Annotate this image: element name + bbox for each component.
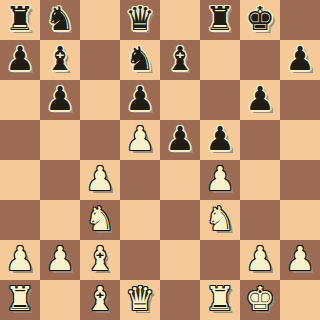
square-b4[interactable] bbox=[40, 160, 80, 200]
square-b1[interactable] bbox=[40, 280, 80, 320]
square-d3[interactable] bbox=[120, 200, 160, 240]
black-knight-piece[interactable]: ♞ bbox=[125, 39, 155, 79]
white-knight-piece[interactable]: ♞ bbox=[205, 199, 235, 239]
square-f6[interactable] bbox=[200, 80, 240, 120]
square-a7[interactable]: ♟ bbox=[0, 40, 40, 80]
black-bishop-piece[interactable]: ♝ bbox=[165, 39, 195, 79]
white-pawn-piece[interactable]: ♟ bbox=[125, 119, 155, 159]
square-h3[interactable] bbox=[280, 200, 320, 240]
black-bishop-piece[interactable]: ♝ bbox=[45, 39, 75, 79]
square-c2[interactable]: ♝ bbox=[80, 240, 120, 280]
square-g3[interactable] bbox=[240, 200, 280, 240]
square-b6[interactable]: ♟ bbox=[40, 80, 80, 120]
square-b8[interactable]: ♞ bbox=[40, 0, 80, 40]
square-d2[interactable] bbox=[120, 240, 160, 280]
white-queen-piece[interactable]: ♛ bbox=[125, 279, 155, 319]
black-knight-piece[interactable]: ♞ bbox=[45, 0, 75, 39]
square-g5[interactable] bbox=[240, 120, 280, 160]
square-e1[interactable] bbox=[160, 280, 200, 320]
square-e8[interactable] bbox=[160, 0, 200, 40]
chess-board: ♜♞♛♜♚♟♝♞♝♟♟♟♟♟♟♟♟♟♞♞♟♟♝♟♟♜♝♛♜♚ bbox=[0, 0, 320, 320]
white-pawn-piece[interactable]: ♟ bbox=[45, 239, 75, 279]
white-knight-piece[interactable]: ♞ bbox=[85, 199, 115, 239]
square-a5[interactable] bbox=[0, 120, 40, 160]
square-d1[interactable]: ♛ bbox=[120, 280, 160, 320]
black-pawn-piece[interactable]: ♟ bbox=[285, 39, 315, 79]
square-g4[interactable] bbox=[240, 160, 280, 200]
square-f4[interactable]: ♟ bbox=[200, 160, 240, 200]
square-a3[interactable] bbox=[0, 200, 40, 240]
square-b7[interactable]: ♝ bbox=[40, 40, 80, 80]
square-f8[interactable]: ♜ bbox=[200, 0, 240, 40]
square-e7[interactable]: ♝ bbox=[160, 40, 200, 80]
white-pawn-piece[interactable]: ♟ bbox=[245, 239, 275, 279]
white-rook-piece[interactable]: ♜ bbox=[5, 279, 35, 319]
black-king-piece[interactable]: ♚ bbox=[245, 0, 275, 39]
square-c6[interactable] bbox=[80, 80, 120, 120]
black-pawn-piece[interactable]: ♟ bbox=[45, 79, 75, 119]
square-f1[interactable]: ♜ bbox=[200, 280, 240, 320]
square-d4[interactable] bbox=[120, 160, 160, 200]
square-h5[interactable] bbox=[280, 120, 320, 160]
square-c8[interactable] bbox=[80, 0, 120, 40]
square-f2[interactable] bbox=[200, 240, 240, 280]
white-rook-piece[interactable]: ♜ bbox=[205, 279, 235, 319]
black-pawn-piece[interactable]: ♟ bbox=[125, 79, 155, 119]
square-h1[interactable] bbox=[280, 280, 320, 320]
square-g8[interactable]: ♚ bbox=[240, 0, 280, 40]
square-c1[interactable]: ♝ bbox=[80, 280, 120, 320]
white-pawn-piece[interactable]: ♟ bbox=[5, 239, 35, 279]
square-h7[interactable]: ♟ bbox=[280, 40, 320, 80]
black-queen-piece[interactable]: ♛ bbox=[125, 0, 155, 39]
white-bishop-piece[interactable]: ♝ bbox=[85, 239, 115, 279]
square-g6[interactable]: ♟ bbox=[240, 80, 280, 120]
square-e3[interactable] bbox=[160, 200, 200, 240]
square-d8[interactable]: ♛ bbox=[120, 0, 160, 40]
white-bishop-piece[interactable]: ♝ bbox=[85, 279, 115, 319]
square-f7[interactable] bbox=[200, 40, 240, 80]
square-a1[interactable]: ♜ bbox=[0, 280, 40, 320]
black-pawn-piece[interactable]: ♟ bbox=[5, 39, 35, 79]
white-pawn-piece[interactable]: ♟ bbox=[285, 239, 315, 279]
square-g1[interactable]: ♚ bbox=[240, 280, 280, 320]
black-pawn-piece[interactable]: ♟ bbox=[165, 119, 195, 159]
black-pawn-piece[interactable]: ♟ bbox=[245, 79, 275, 119]
square-c3[interactable]: ♞ bbox=[80, 200, 120, 240]
square-d7[interactable]: ♞ bbox=[120, 40, 160, 80]
square-b5[interactable] bbox=[40, 120, 80, 160]
square-g7[interactable] bbox=[240, 40, 280, 80]
square-b3[interactable] bbox=[40, 200, 80, 240]
square-h8[interactable] bbox=[280, 0, 320, 40]
black-rook-piece[interactable]: ♜ bbox=[5, 0, 35, 39]
square-b2[interactable]: ♟ bbox=[40, 240, 80, 280]
square-e6[interactable] bbox=[160, 80, 200, 120]
white-pawn-piece[interactable]: ♟ bbox=[205, 159, 235, 199]
square-a4[interactable] bbox=[0, 160, 40, 200]
square-h4[interactable] bbox=[280, 160, 320, 200]
square-f3[interactable]: ♞ bbox=[200, 200, 240, 240]
black-rook-piece[interactable]: ♜ bbox=[205, 0, 235, 39]
square-g2[interactable]: ♟ bbox=[240, 240, 280, 280]
square-e2[interactable] bbox=[160, 240, 200, 280]
square-a8[interactable]: ♜ bbox=[0, 0, 40, 40]
square-d5[interactable]: ♟ bbox=[120, 120, 160, 160]
square-h2[interactable]: ♟ bbox=[280, 240, 320, 280]
square-f5[interactable]: ♟ bbox=[200, 120, 240, 160]
square-c5[interactable] bbox=[80, 120, 120, 160]
white-pawn-piece[interactable]: ♟ bbox=[85, 159, 115, 199]
square-c7[interactable] bbox=[80, 40, 120, 80]
black-pawn-piece[interactable]: ♟ bbox=[205, 119, 235, 159]
square-a6[interactable] bbox=[0, 80, 40, 120]
square-c4[interactable]: ♟ bbox=[80, 160, 120, 200]
square-a2[interactable]: ♟ bbox=[0, 240, 40, 280]
white-king-piece[interactable]: ♚ bbox=[245, 279, 275, 319]
square-e4[interactable] bbox=[160, 160, 200, 200]
square-d6[interactable]: ♟ bbox=[120, 80, 160, 120]
square-h6[interactable] bbox=[280, 80, 320, 120]
square-e5[interactable]: ♟ bbox=[160, 120, 200, 160]
